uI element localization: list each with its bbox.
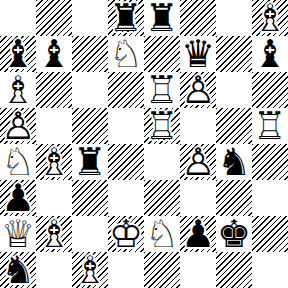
square-b5[interactable] [36, 108, 72, 144]
piece-white-king[interactable]: ♚♔ [108, 216, 144, 252]
square-d3[interactable] [108, 180, 144, 216]
square-e7[interactable] [144, 36, 180, 72]
square-e6[interactable]: ♜♖ [144, 72, 180, 108]
square-a7[interactable]: ♝♝ [0, 36, 36, 72]
piece-white-bishop[interactable]: ♝♗ [36, 144, 72, 180]
piece-glyph: ♗ [252, 0, 288, 36]
piece-glyph: ♜ [108, 0, 144, 36]
square-h4[interactable] [252, 144, 288, 180]
piece-white-pawn[interactable]: ♟♙ [180, 144, 216, 180]
piece-black-knight[interactable]: ♞♞ [216, 144, 252, 180]
square-g5[interactable] [216, 108, 252, 144]
piece-white-queen[interactable]: ♛♕ [0, 216, 36, 252]
square-a5[interactable]: ♟♙ [0, 108, 36, 144]
piece-glyph: ♞ [0, 252, 36, 288]
piece-glyph: ♘ [0, 144, 36, 180]
piece-glyph: ♝ [0, 36, 36, 72]
piece-black-bishop[interactable]: ♝♝ [36, 36, 72, 72]
piece-glyph: ♚ [216, 216, 252, 252]
square-d4[interactable] [108, 144, 144, 180]
square-e1[interactable] [144, 252, 180, 288]
square-b4[interactable]: ♝♗ [36, 144, 72, 180]
square-g1[interactable] [216, 252, 252, 288]
piece-white-knight[interactable]: ♞♘ [0, 144, 36, 180]
square-b1[interactable] [36, 252, 72, 288]
square-c7[interactable] [72, 36, 108, 72]
square-d1[interactable] [108, 252, 144, 288]
square-g3[interactable] [216, 180, 252, 216]
square-h2[interactable] [252, 216, 288, 252]
square-a8[interactable] [0, 0, 36, 36]
square-d6[interactable] [108, 72, 144, 108]
square-c1[interactable]: ♝♗ [72, 252, 108, 288]
square-h5[interactable]: ♜♖ [252, 108, 288, 144]
square-g7[interactable] [216, 36, 252, 72]
piece-white-rook[interactable]: ♜♖ [252, 108, 288, 144]
piece-black-bishop[interactable]: ♝♝ [0, 36, 36, 72]
piece-glyph: ♗ [0, 72, 36, 108]
square-d8[interactable]: ♜♜ [108, 0, 144, 36]
piece-glyph: ♝ [36, 36, 72, 72]
piece-glyph: ♙ [180, 72, 216, 108]
square-c3[interactable] [72, 180, 108, 216]
square-f2[interactable]: ♟♟ [180, 216, 216, 252]
piece-glyph: ♖ [144, 108, 180, 144]
piece-black-knight[interactable]: ♞♞ [0, 252, 36, 288]
square-a2[interactable]: ♛♕ [0, 216, 36, 252]
piece-glyph: ♖ [144, 72, 180, 108]
square-h3[interactable] [252, 180, 288, 216]
square-c4[interactable]: ♜♜ [72, 144, 108, 180]
piece-glyph: ♕ [0, 216, 36, 252]
square-f6[interactable]: ♟♙ [180, 72, 216, 108]
square-c6[interactable] [72, 72, 108, 108]
square-e8[interactable]: ♜♜ [144, 0, 180, 36]
piece-white-pawn[interactable]: ♟♙ [180, 72, 216, 108]
square-g2[interactable]: ♚♚ [216, 216, 252, 252]
piece-glyph: ♘ [144, 216, 180, 252]
piece-black-rook[interactable]: ♜♜ [108, 0, 144, 36]
piece-white-bishop[interactable]: ♝♗ [252, 0, 288, 36]
piece-glyph: ♞ [216, 144, 252, 180]
square-f8[interactable] [180, 0, 216, 36]
square-c5[interactable] [72, 108, 108, 144]
piece-white-bishop[interactable]: ♝♗ [72, 252, 108, 288]
square-e5[interactable]: ♜♖ [144, 108, 180, 144]
piece-black-rook[interactable]: ♜♜ [144, 0, 180, 36]
square-c2[interactable] [72, 216, 108, 252]
piece-white-rook[interactable]: ♜♖ [144, 72, 180, 108]
square-b6[interactable] [36, 72, 72, 108]
square-a3[interactable]: ♟♟ [0, 180, 36, 216]
square-b3[interactable] [36, 180, 72, 216]
piece-black-pawn[interactable]: ♟♟ [0, 180, 36, 216]
square-f4[interactable]: ♟♙ [180, 144, 216, 180]
square-e4[interactable] [144, 144, 180, 180]
square-d5[interactable] [108, 108, 144, 144]
piece-glyph: ♟ [0, 180, 36, 216]
piece-glyph: ♖ [252, 108, 288, 144]
piece-white-knight[interactable]: ♞♘ [108, 36, 144, 72]
piece-white-bishop[interactable]: ♝♗ [0, 72, 36, 108]
square-c8[interactable] [72, 0, 108, 36]
square-f1[interactable] [180, 252, 216, 288]
square-h6[interactable] [252, 72, 288, 108]
square-a1[interactable]: ♞♞ [0, 252, 36, 288]
square-f7[interactable]: ♛♛ [180, 36, 216, 72]
square-d7[interactable]: ♞♘ [108, 36, 144, 72]
piece-glyph: ♛ [180, 36, 216, 72]
piece-black-queen[interactable]: ♛♛ [180, 36, 216, 72]
square-a4[interactable]: ♞♘ [0, 144, 36, 180]
square-h7[interactable]: ♝♝ [252, 36, 288, 72]
square-d2[interactable]: ♚♔ [108, 216, 144, 252]
piece-glyph: ♗ [36, 216, 72, 252]
piece-glyph: ♜ [72, 144, 108, 180]
square-h8[interactable]: ♝♗ [252, 0, 288, 36]
piece-white-knight[interactable]: ♞♘ [144, 216, 180, 252]
piece-glyph: ♟ [180, 216, 216, 252]
piece-glyph: ♙ [180, 144, 216, 180]
piece-black-bishop[interactable]: ♝♝ [252, 36, 288, 72]
square-f3[interactable] [180, 180, 216, 216]
piece-glyph: ♔ [108, 216, 144, 252]
square-b2[interactable]: ♝♗ [36, 216, 72, 252]
square-g8[interactable] [216, 0, 252, 36]
square-a6[interactable]: ♝♗ [0, 72, 36, 108]
piece-glyph: ♗ [72, 252, 108, 288]
piece-white-bishop[interactable]: ♝♗ [36, 216, 72, 252]
piece-black-rook[interactable]: ♜♜ [72, 144, 108, 180]
chess-board: ♜♜♜♜♝♗♝♝♝♝♞♘♛♛♝♝♝♗♜♖♟♙♟♙♜♖♜♖♞♘♝♗♜♜♟♙♞♞♟♟… [0, 0, 288, 288]
square-h1[interactable] [252, 252, 288, 288]
square-g6[interactable] [216, 72, 252, 108]
square-f5[interactable] [180, 108, 216, 144]
square-e2[interactable]: ♞♘ [144, 216, 180, 252]
square-e3[interactable] [144, 180, 180, 216]
piece-white-pawn[interactable]: ♟♙ [0, 108, 36, 144]
piece-glyph: ♜ [144, 0, 180, 36]
piece-glyph: ♘ [108, 36, 144, 72]
piece-black-pawn[interactable]: ♟♟ [180, 216, 216, 252]
square-g4[interactable]: ♞♞ [216, 144, 252, 180]
piece-glyph: ♝ [252, 36, 288, 72]
square-b7[interactable]: ♝♝ [36, 36, 72, 72]
piece-glyph: ♙ [0, 108, 36, 144]
piece-white-rook[interactable]: ♜♖ [144, 108, 180, 144]
piece-glyph: ♗ [36, 144, 72, 180]
square-b8[interactable] [36, 0, 72, 36]
piece-black-king[interactable]: ♚♚ [216, 216, 252, 252]
